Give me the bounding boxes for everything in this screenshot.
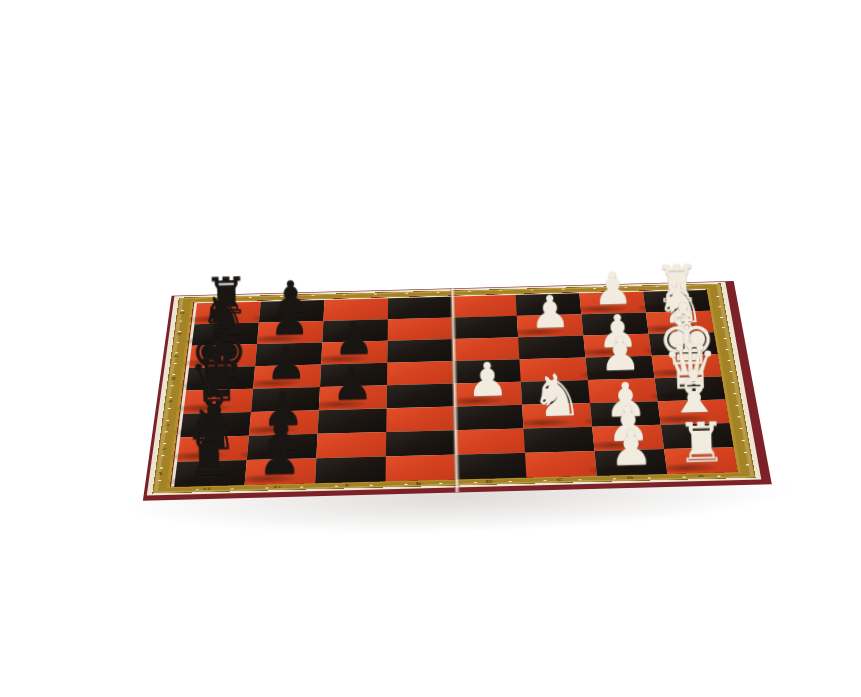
inner-border-line: ♜♟♟♜♞♟♟♞♝♟♟♝♚♟♟♚♛♟♟♛♝♟♞♟♝♞♟♟♜♟♟♜ (170, 289, 738, 487)
white-rook[interactable]: ♜ (666, 415, 738, 471)
black-rook[interactable]: ♜ (173, 428, 245, 484)
black-pawn[interactable]: ♟ (318, 359, 387, 407)
gold-border: ♜♟♟♜♞♟♟♞♝♟♟♝♚♟♟♚♛♟♟♛♝♟♞♟♝♞♟♟♜♟♟♜ (152, 283, 755, 493)
square-b3[interactable] (524, 427, 595, 453)
folding-board: ♜♟♟♜♞♟♟♞♝♟♟♝♚♟♟♚♛♟♟♛♝♟♞♟♝♞♟♟♜♟♟♜ HGFEDCB… (143, 281, 772, 501)
black-pawn[interactable]: ♟ (252, 339, 320, 387)
square-c5[interactable] (386, 407, 455, 432)
square-g3[interactable]: ♟ (517, 314, 584, 337)
black-pawn[interactable]: ♟ (244, 432, 316, 482)
square-h5[interactable] (388, 297, 452, 320)
square-h4[interactable] (452, 295, 517, 318)
square-f3[interactable] (518, 336, 585, 360)
white-pawn[interactable]: ♟ (453, 356, 522, 404)
black-pawn[interactable]: ♟ (320, 315, 387, 362)
square-a3[interactable] (525, 451, 597, 478)
square-b6[interactable] (316, 432, 386, 458)
white-pawn[interactable]: ♟ (517, 289, 583, 335)
square-d4[interactable]: ♟ (454, 382, 522, 407)
cream-border: ♜♟♟♜♞♟♟♞♝♟♟♝♚♟♟♚♛♟♟♛♝♟♞♟♝♞♟♟♜♟♟♜ (147, 282, 762, 496)
white-pawn[interactable]: ♟ (586, 330, 654, 378)
white-pawn[interactable]: ♟ (595, 423, 667, 473)
square-d6[interactable]: ♟ (319, 385, 387, 410)
square-c3[interactable]: ♞ (522, 403, 592, 428)
square-a5[interactable] (386, 455, 456, 482)
square-g4[interactable] (452, 316, 518, 339)
chessboard-grid: ♜♟♟♜♞♟♟♞♝♟♟♝♚♟♟♚♛♟♟♛♝♟♞♟♝♞♟♟♜♟♟♜ (174, 290, 733, 487)
square-d5[interactable] (387, 383, 455, 408)
photo-stage: ♜♟♟♜♞♟♟♞♝♟♟♝♚♟♟♚♛♟♟♛♝♟♞♟♝♞♟♟♜♟♟♜ HGFEDCB… (0, 0, 861, 697)
square-g5[interactable] (388, 318, 453, 341)
board-scene: ♜♟♟♜♞♟♟♞♝♟♟♝♚♟♟♚♛♟♟♛♝♟♞♟♝♞♟♟♜♟♟♜ HGFEDCB… (141, 172, 782, 608)
square-e5[interactable] (387, 361, 454, 385)
white-knight[interactable]: ♞ (522, 366, 592, 426)
square-a1[interactable]: ♜ (664, 447, 738, 474)
square-c6[interactable] (318, 408, 387, 434)
square-f5[interactable] (387, 339, 453, 363)
tilted-board-plane: ♜♟♟♜♞♟♟♞♝♟♟♝♚♟♟♚♛♟♟♛♝♟♞♟♝♞♟♟♜♟♟♜ HGFEDCB… (143, 281, 779, 502)
square-b5[interactable] (386, 430, 456, 456)
square-a6[interactable] (315, 456, 386, 483)
square-a7[interactable]: ♟ (245, 458, 317, 485)
square-a4[interactable] (455, 453, 526, 480)
square-a8[interactable]: ♜ (174, 460, 247, 487)
square-a2[interactable]: ♟ (594, 449, 667, 476)
square-b4[interactable] (455, 428, 525, 454)
square-c4[interactable] (454, 405, 523, 430)
